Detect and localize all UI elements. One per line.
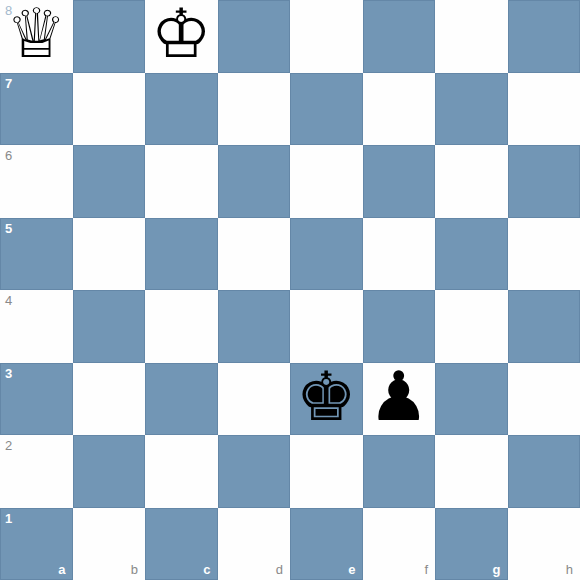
rank-label-5: 5: [5, 222, 12, 235]
square-g7[interactable]: [435, 73, 508, 146]
black-pawn[interactable]: ♟: [363, 361, 436, 434]
square-c6[interactable]: [145, 145, 218, 218]
square-e6[interactable]: [290, 145, 363, 218]
square-b3[interactable]: [73, 363, 146, 436]
square-f5[interactable]: [363, 218, 436, 291]
square-f2[interactable]: [363, 435, 436, 508]
square-d3[interactable]: [218, 363, 291, 436]
file-label-g: g: [493, 563, 501, 576]
square-a8[interactable]: 8♕: [0, 0, 73, 73]
square-h7[interactable]: [508, 73, 580, 146]
rank-label-3: 3: [5, 367, 12, 380]
square-h1[interactable]: h: [508, 508, 580, 580]
square-b7[interactable]: [73, 73, 146, 146]
square-e2[interactable]: [290, 435, 363, 508]
square-e7[interactable]: [290, 73, 363, 146]
square-f8[interactable]: [363, 0, 436, 73]
square-a7[interactable]: 7: [0, 73, 73, 146]
rank-label-6: 6: [5, 149, 12, 162]
square-a3[interactable]: 3: [0, 363, 73, 436]
square-g5[interactable]: [435, 218, 508, 291]
square-h2[interactable]: [508, 435, 580, 508]
square-b4[interactable]: [73, 290, 146, 363]
square-d7[interactable]: [218, 73, 291, 146]
square-c4[interactable]: [145, 290, 218, 363]
square-a5[interactable]: 5: [0, 218, 73, 291]
square-f3[interactable]: ♟: [363, 363, 436, 436]
square-e3[interactable]: ♚: [290, 363, 363, 436]
square-e8[interactable]: [290, 0, 363, 73]
file-label-e: e: [348, 563, 355, 576]
square-b5[interactable]: [73, 218, 146, 291]
square-a6[interactable]: 6: [0, 145, 73, 218]
square-g1[interactable]: g: [435, 508, 508, 580]
square-f1[interactable]: f: [363, 508, 436, 580]
rank-label-1: 1: [5, 512, 12, 525]
square-g6[interactable]: [435, 145, 508, 218]
white-king[interactable]: ♔: [145, 0, 218, 71]
square-h3[interactable]: [508, 363, 580, 436]
square-f6[interactable]: [363, 145, 436, 218]
square-g3[interactable]: [435, 363, 508, 436]
square-h5[interactable]: [508, 218, 580, 291]
file-label-f: f: [424, 563, 428, 576]
square-a1[interactable]: 1a: [0, 508, 73, 580]
square-e4[interactable]: [290, 290, 363, 363]
square-c3[interactable]: [145, 363, 218, 436]
rank-label-7: 7: [5, 77, 12, 90]
white-queen[interactable]: ♕: [0, 0, 73, 71]
square-g2[interactable]: [435, 435, 508, 508]
rank-label-2: 2: [5, 439, 12, 452]
square-h8[interactable]: [508, 0, 580, 73]
square-e1[interactable]: e: [290, 508, 363, 580]
square-b8[interactable]: [73, 0, 146, 73]
square-c7[interactable]: [145, 73, 218, 146]
file-label-d: d: [276, 563, 283, 576]
square-g4[interactable]: [435, 290, 508, 363]
black-king[interactable]: ♚: [290, 361, 363, 434]
square-c8[interactable]: ♔: [145, 0, 218, 73]
file-label-c: c: [203, 563, 210, 576]
file-label-a: a: [58, 563, 65, 576]
square-a2[interactable]: 2: [0, 435, 73, 508]
square-e5[interactable]: [290, 218, 363, 291]
chess-board-container: 8♕♔76543♚♟21abcdefgh: [0, 0, 580, 580]
square-c1[interactable]: c: [145, 508, 218, 580]
square-b1[interactable]: b: [73, 508, 146, 580]
chess-board: 8♕♔76543♚♟21abcdefgh: [0, 0, 580, 580]
square-d6[interactable]: [218, 145, 291, 218]
square-a4[interactable]: 4: [0, 290, 73, 363]
square-h6[interactable]: [508, 145, 580, 218]
square-g8[interactable]: [435, 0, 508, 73]
file-label-h: h: [566, 563, 573, 576]
rank-label-4: 4: [5, 294, 12, 307]
square-b6[interactable]: [73, 145, 146, 218]
square-c2[interactable]: [145, 435, 218, 508]
square-d1[interactable]: d: [218, 508, 291, 580]
square-f4[interactable]: [363, 290, 436, 363]
square-d2[interactable]: [218, 435, 291, 508]
square-d5[interactable]: [218, 218, 291, 291]
square-c5[interactable]: [145, 218, 218, 291]
file-label-b: b: [131, 563, 138, 576]
square-h4[interactable]: [508, 290, 580, 363]
square-f7[interactable]: [363, 73, 436, 146]
square-d8[interactable]: [218, 0, 291, 73]
square-d4[interactable]: [218, 290, 291, 363]
square-b2[interactable]: [73, 435, 146, 508]
